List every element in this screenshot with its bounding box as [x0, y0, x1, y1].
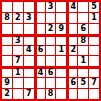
- sudoku-empty-cell[interactable]: [46, 56, 56, 66]
- sudoku-empty-cell[interactable]: [13, 78, 23, 88]
- sudoku-given-cell: 6: [67, 78, 77, 88]
- sudoku-given-cell: 8: [78, 35, 88, 45]
- sudoku-given-cell: 8: [2, 13, 12, 23]
- sudoku-empty-cell[interactable]: [24, 35, 34, 45]
- sudoku-given-cell: 9: [56, 24, 66, 34]
- sudoku-given-cell: 4: [35, 67, 45, 77]
- sudoku-given-cell: 3: [46, 2, 56, 12]
- sudoku-given-cell: 3: [13, 35, 23, 45]
- sudoku-empty-cell[interactable]: [46, 78, 56, 88]
- sudoku-given-cell: 1: [78, 56, 88, 66]
- sudoku-empty-cell[interactable]: [35, 2, 45, 12]
- sudoku-given-cell: 7: [24, 89, 34, 99]
- sudoku-empty-cell[interactable]: [35, 56, 45, 66]
- sudoku-empty-cell[interactable]: [89, 89, 99, 99]
- sudoku-empty-cell[interactable]: [13, 46, 23, 56]
- sudoku-empty-cell[interactable]: [78, 2, 88, 12]
- sudoku-given-cell: 6: [35, 46, 45, 56]
- sudoku-given-cell: 6: [78, 24, 88, 34]
- sudoku-given-cell: 2: [2, 89, 12, 99]
- sudoku-empty-cell[interactable]: [24, 78, 34, 88]
- sudoku-empty-cell[interactable]: [56, 56, 66, 66]
- sudoku-empty-cell[interactable]: [35, 89, 45, 99]
- sudoku-given-cell: 9: [2, 78, 12, 88]
- sudoku-empty-cell[interactable]: [35, 35, 45, 45]
- sudoku-given-cell: 4: [24, 46, 34, 56]
- sudoku-empty-cell[interactable]: [46, 46, 56, 56]
- sudoku-given-cell: 2: [67, 46, 77, 56]
- sudoku-empty-cell[interactable]: [35, 24, 45, 34]
- sudoku-empty-cell[interactable]: [67, 13, 77, 23]
- sudoku-given-cell: 5: [89, 2, 99, 12]
- sudoku-empty-cell[interactable]: [67, 56, 77, 66]
- sudoku-empty-cell[interactable]: [2, 24, 12, 34]
- sudoku-given-cell: 8: [46, 89, 56, 99]
- sudoku-given-cell: 3: [24, 13, 34, 23]
- sudoku-empty-cell[interactable]: [46, 13, 56, 23]
- sudoku-empty-cell[interactable]: [13, 24, 23, 34]
- sudoku-empty-cell[interactable]: [89, 56, 99, 66]
- sudoku-empty-cell[interactable]: [35, 13, 45, 23]
- sudoku-board: 3458231296384612711469657278: [0, 0, 101, 101]
- sudoku-empty-cell[interactable]: [24, 56, 34, 66]
- sudoku-empty-cell[interactable]: [56, 35, 66, 45]
- sudoku-given-cell: 1: [56, 46, 66, 56]
- sudoku-empty-cell[interactable]: [46, 35, 56, 45]
- sudoku-empty-cell[interactable]: [89, 46, 99, 56]
- sudoku-given-cell: 1: [89, 13, 99, 23]
- sudoku-empty-cell[interactable]: [89, 24, 99, 34]
- sudoku-given-cell: 2: [13, 13, 23, 23]
- sudoku-empty-cell[interactable]: [78, 46, 88, 56]
- sudoku-given-cell: 7: [89, 78, 99, 88]
- sudoku-empty-cell[interactable]: [56, 78, 66, 88]
- sudoku-empty-cell[interactable]: [13, 2, 23, 12]
- sudoku-empty-cell[interactable]: [2, 2, 12, 12]
- sudoku-empty-cell[interactable]: [67, 35, 77, 45]
- sudoku-given-cell: 6: [46, 67, 56, 77]
- sudoku-given-cell: 1: [13, 67, 23, 77]
- sudoku-empty-cell[interactable]: [24, 2, 34, 12]
- sudoku-empty-cell[interactable]: [2, 56, 12, 66]
- sudoku-given-cell: 7: [13, 56, 23, 66]
- sudoku-empty-cell[interactable]: [35, 78, 45, 88]
- sudoku-empty-cell[interactable]: [24, 24, 34, 34]
- sudoku-empty-cell[interactable]: [2, 46, 12, 56]
- sudoku-given-cell: 2: [46, 24, 56, 34]
- sudoku-empty-cell[interactable]: [89, 35, 99, 45]
- sudoku-empty-cell[interactable]: [56, 2, 66, 12]
- sudoku-empty-cell[interactable]: [56, 67, 66, 77]
- sudoku-empty-cell[interactable]: [78, 89, 88, 99]
- sudoku-empty-cell[interactable]: [89, 67, 99, 77]
- sudoku-given-cell: 5: [78, 78, 88, 88]
- sudoku-empty-cell[interactable]: [13, 89, 23, 99]
- sudoku-empty-cell[interactable]: [67, 67, 77, 77]
- sudoku-empty-cell[interactable]: [67, 24, 77, 34]
- sudoku-empty-cell[interactable]: [2, 67, 12, 77]
- sudoku-given-cell: 4: [67, 2, 77, 12]
- sudoku-empty-cell[interactable]: [2, 35, 12, 45]
- sudoku-empty-cell[interactable]: [78, 67, 88, 77]
- sudoku-empty-cell[interactable]: [78, 13, 88, 23]
- sudoku-empty-cell[interactable]: [24, 67, 34, 77]
- sudoku-empty-cell[interactable]: [56, 89, 66, 99]
- sudoku-empty-cell[interactable]: [67, 89, 77, 99]
- sudoku-empty-cell[interactable]: [56, 13, 66, 23]
